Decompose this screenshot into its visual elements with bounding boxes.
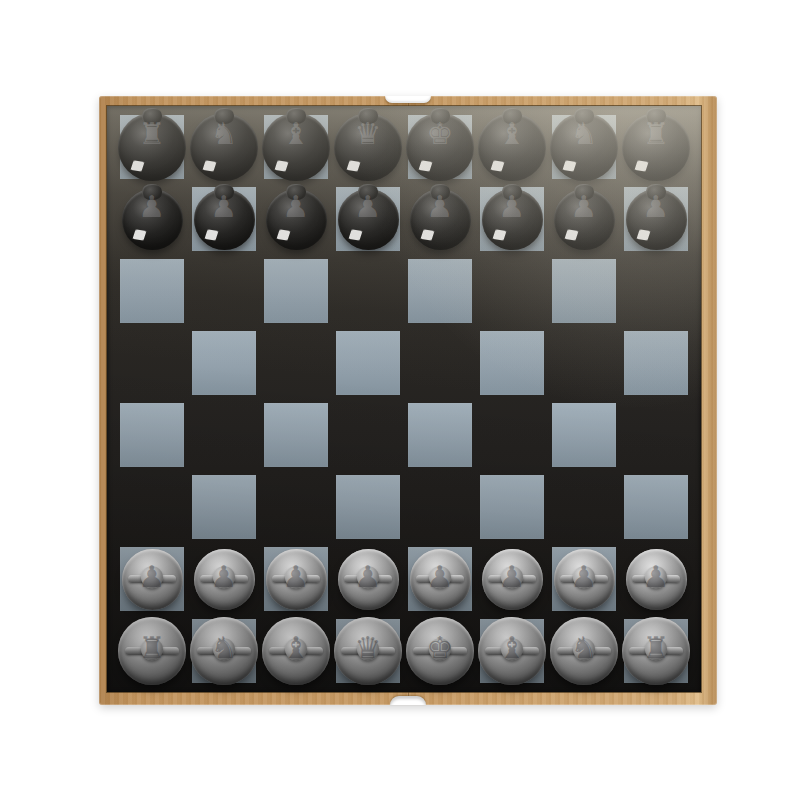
square-h1[interactable]: ♜ <box>620 615 692 687</box>
white-bishop[interactable]: ♝ <box>262 617 330 685</box>
king-glyph: ♚ <box>427 119 454 149</box>
square-f5[interactable] <box>476 327 548 399</box>
thumb-notch-bottom <box>390 696 426 705</box>
square-h7[interactable]: ♟ <box>620 183 692 255</box>
square-f6[interactable] <box>476 255 548 327</box>
white-pawn[interactable]: ♟ <box>194 549 255 610</box>
queen-glyph: ♛ <box>355 119 382 149</box>
pawn-glyph: ♟ <box>427 562 454 592</box>
pawn-glyph: ♟ <box>211 562 238 592</box>
knight-glyph: ♞ <box>211 633 238 663</box>
square-c2[interactable]: ♟ <box>260 543 332 615</box>
square-c4[interactable] <box>260 399 332 471</box>
square-b8[interactable]: ♞ <box>188 111 260 183</box>
rook-glyph: ♜ <box>139 119 166 149</box>
bishop-glyph: ♝ <box>499 119 526 149</box>
square-h4[interactable] <box>620 399 692 471</box>
square-b3[interactable] <box>188 471 260 543</box>
bishop-glyph: ♝ <box>283 119 310 149</box>
white-pawn[interactable]: ♟ <box>482 549 543 610</box>
black-rook[interactable]: ♜ <box>622 113 690 181</box>
square-a7[interactable]: ♟ <box>116 183 188 255</box>
square-b6[interactable] <box>188 255 260 327</box>
queen-glyph: ♛ <box>355 633 382 663</box>
white-pawn[interactable]: ♟ <box>266 549 327 610</box>
square-g1[interactable]: ♞ <box>548 615 620 687</box>
white-pawn[interactable]: ♟ <box>554 549 615 610</box>
square-c3[interactable] <box>260 471 332 543</box>
pawn-glyph: ♟ <box>571 192 598 222</box>
king-glyph: ♚ <box>427 633 454 663</box>
square-e2[interactable]: ♟ <box>404 543 476 615</box>
white-pawn[interactable]: ♟ <box>626 549 687 610</box>
white-knight[interactable]: ♞ <box>190 617 258 685</box>
square-b4[interactable] <box>188 399 260 471</box>
square-c1[interactable]: ♝ <box>260 615 332 687</box>
black-pawn[interactable]: ♟ <box>122 189 183 250</box>
square-g3[interactable] <box>548 471 620 543</box>
square-e8[interactable]: ♚ <box>404 111 476 183</box>
square-f1[interactable]: ♝ <box>476 615 548 687</box>
square-f7[interactable]: ♟ <box>476 183 548 255</box>
pawn-glyph: ♟ <box>571 562 598 592</box>
square-g5[interactable] <box>548 327 620 399</box>
board-grid: ♜♞♝♛♚♝♞♜♟♟♟♟♟♟♟♟♟♟♟♟♟♟♟♟♜♞♝♛♚♝♞♜ <box>116 111 692 687</box>
white-pawn[interactable]: ♟ <box>338 549 399 610</box>
black-knight[interactable]: ♞ <box>550 113 618 181</box>
square-d3[interactable] <box>332 471 404 543</box>
square-d2[interactable]: ♟ <box>332 543 404 615</box>
square-h5[interactable] <box>620 327 692 399</box>
rook-glyph: ♜ <box>139 633 166 663</box>
white-pawn[interactable]: ♟ <box>122 549 183 610</box>
white-pawn[interactable]: ♟ <box>410 549 471 610</box>
pawn-glyph: ♟ <box>427 192 454 222</box>
knight-glyph: ♞ <box>571 119 598 149</box>
white-rook[interactable]: ♜ <box>118 617 186 685</box>
square-f4[interactable] <box>476 399 548 471</box>
square-d8[interactable]: ♛ <box>332 111 404 183</box>
black-pawn[interactable]: ♟ <box>482 189 543 250</box>
square-e7[interactable]: ♟ <box>404 183 476 255</box>
square-c5[interactable] <box>260 327 332 399</box>
chess-set: ♜♞♝♛♚♝♞♜♟♟♟♟♟♟♟♟♟♟♟♟♟♟♟♟♜♞♝♛♚♝♞♜ <box>99 96 717 705</box>
square-e1[interactable]: ♚ <box>404 615 476 687</box>
square-f3[interactable] <box>476 471 548 543</box>
pawn-glyph: ♟ <box>283 562 310 592</box>
square-e4[interactable] <box>404 399 476 471</box>
bishop-glyph: ♝ <box>499 633 526 663</box>
square-h2[interactable]: ♟ <box>620 543 692 615</box>
pawn-glyph: ♟ <box>283 192 310 222</box>
square-g4[interactable] <box>548 399 620 471</box>
pawn-glyph: ♟ <box>139 562 166 592</box>
square-e3[interactable] <box>404 471 476 543</box>
pawn-glyph: ♟ <box>499 192 526 222</box>
square-f8[interactable]: ♝ <box>476 111 548 183</box>
square-b7[interactable]: ♟ <box>188 183 260 255</box>
white-knight[interactable]: ♞ <box>550 617 618 685</box>
pawn-glyph: ♟ <box>355 192 382 222</box>
black-knight[interactable]: ♞ <box>190 113 258 181</box>
black-pawn[interactable]: ♟ <box>554 189 615 250</box>
bishop-glyph: ♝ <box>283 633 310 663</box>
white-bishop[interactable]: ♝ <box>478 617 546 685</box>
square-a8[interactable]: ♜ <box>116 111 188 183</box>
square-d7[interactable]: ♟ <box>332 183 404 255</box>
square-b1[interactable]: ♞ <box>188 615 260 687</box>
hinge-notch-top <box>385 96 431 103</box>
black-bishop[interactable]: ♝ <box>262 113 330 181</box>
black-queen[interactable]: ♛ <box>334 113 402 181</box>
pawn-glyph: ♟ <box>643 192 670 222</box>
square-e6[interactable] <box>404 255 476 327</box>
square-c7[interactable]: ♟ <box>260 183 332 255</box>
black-pawn[interactable]: ♟ <box>626 189 687 250</box>
square-g6[interactable] <box>548 255 620 327</box>
black-rook[interactable]: ♜ <box>118 113 186 181</box>
square-g7[interactable]: ♟ <box>548 183 620 255</box>
rook-glyph: ♜ <box>643 119 670 149</box>
pawn-glyph: ♟ <box>499 562 526 592</box>
black-bishop[interactable]: ♝ <box>478 113 546 181</box>
pawn-glyph: ♟ <box>355 562 382 592</box>
square-e5[interactable] <box>404 327 476 399</box>
square-d4[interactable] <box>332 399 404 471</box>
square-h6[interactable] <box>620 255 692 327</box>
square-c6[interactable] <box>260 255 332 327</box>
square-g2[interactable]: ♟ <box>548 543 620 615</box>
square-a5[interactable] <box>116 327 188 399</box>
pawn-glyph: ♟ <box>211 192 238 222</box>
square-a3[interactable] <box>116 471 188 543</box>
square-f2[interactable]: ♟ <box>476 543 548 615</box>
black-pawn[interactable]: ♟ <box>338 189 399 250</box>
square-h8[interactable]: ♜ <box>620 111 692 183</box>
product-photo: ♜♞♝♛♚♝♞♜♟♟♟♟♟♟♟♟♟♟♟♟♟♟♟♟♜♞♝♛♚♝♞♜ <box>0 0 800 800</box>
square-a1[interactable]: ♜ <box>116 615 188 687</box>
square-a2[interactable]: ♟ <box>116 543 188 615</box>
square-b5[interactable] <box>188 327 260 399</box>
square-c8[interactable]: ♝ <box>260 111 332 183</box>
pawn-glyph: ♟ <box>643 562 670 592</box>
black-pawn[interactable]: ♟ <box>194 189 255 250</box>
square-a4[interactable] <box>116 399 188 471</box>
black-pawn[interactable]: ♟ <box>410 189 471 250</box>
black-king[interactable]: ♚ <box>406 113 474 181</box>
white-king[interactable]: ♚ <box>406 617 474 685</box>
square-a6[interactable] <box>116 255 188 327</box>
knight-glyph: ♞ <box>211 119 238 149</box>
square-g8[interactable]: ♞ <box>548 111 620 183</box>
square-h3[interactable] <box>620 471 692 543</box>
square-d5[interactable] <box>332 327 404 399</box>
square-d6[interactable] <box>332 255 404 327</box>
white-rook[interactable]: ♜ <box>622 617 690 685</box>
chess-board: ♜♞♝♛♚♝♞♜♟♟♟♟♟♟♟♟♟♟♟♟♟♟♟♟♜♞♝♛♚♝♞♜ <box>107 106 701 692</box>
square-b2[interactable]: ♟ <box>188 543 260 615</box>
pawn-glyph: ♟ <box>139 192 166 222</box>
knight-glyph: ♞ <box>571 633 598 663</box>
white-queen[interactable]: ♛ <box>334 617 402 685</box>
square-d1[interactable]: ♛ <box>332 615 404 687</box>
rook-glyph: ♜ <box>643 633 670 663</box>
black-pawn[interactable]: ♟ <box>266 189 327 250</box>
